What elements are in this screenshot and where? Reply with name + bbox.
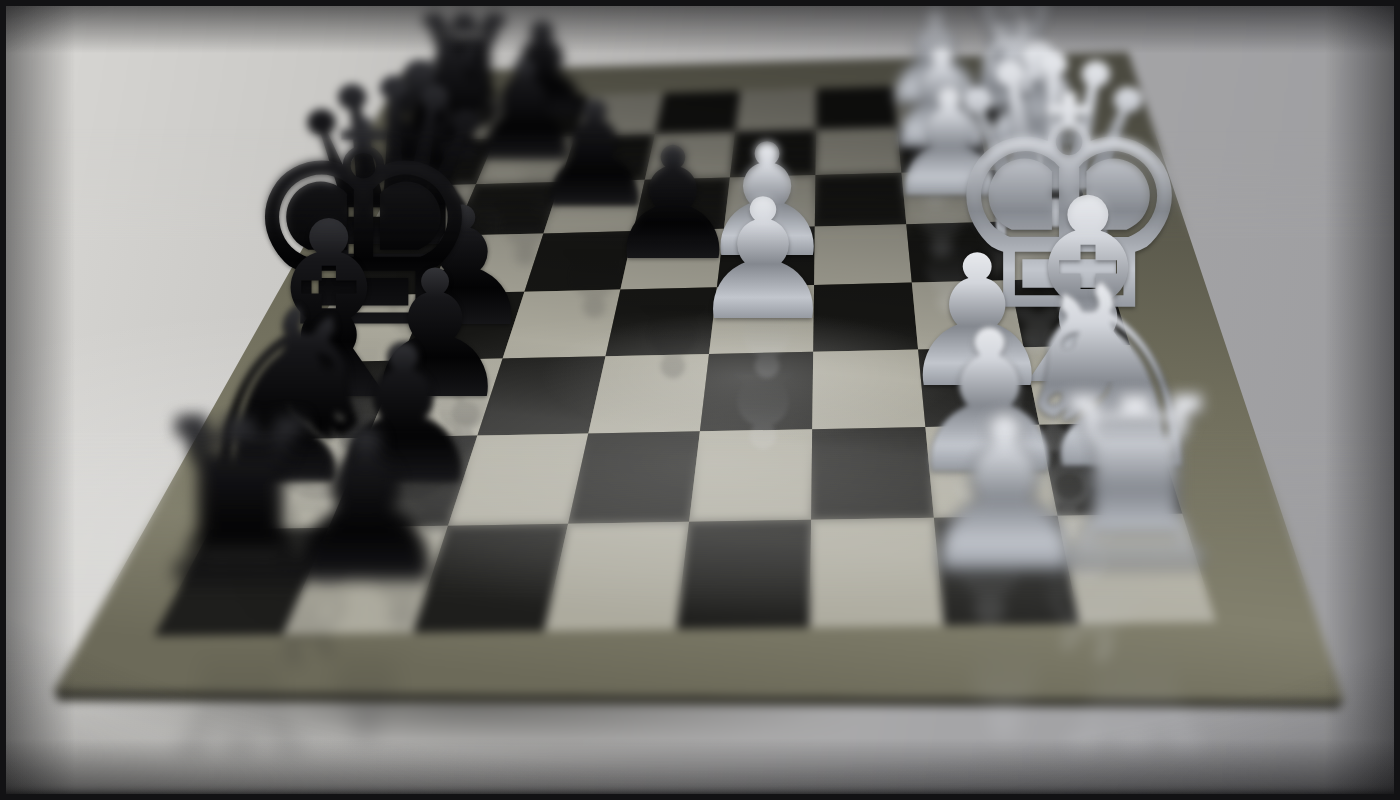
piece-white-pawn-h2: ♟	[908, 388, 1101, 603]
piece-white-pawn-e4: ♟	[688, 177, 838, 344]
piece-black-rook-h8: ♜	[141, 391, 342, 615]
pieces-layer: ♜♜♟♟♟♟♜♜♞♞♟♟♟♟♞♞♝♝♟♟♟♟♝♝♛♛♟♟♟♟♛♛♚♚♟♟♟♟♚♚…	[6, 6, 1394, 794]
chessboard-photo: ♜♜♟♟♟♟♜♜♞♞♟♟♟♟♞♞♝♝♟♟♟♟♝♝♛♛♟♟♟♟♛♛♚♚♟♟♟♟♚♚…	[0, 0, 1400, 800]
